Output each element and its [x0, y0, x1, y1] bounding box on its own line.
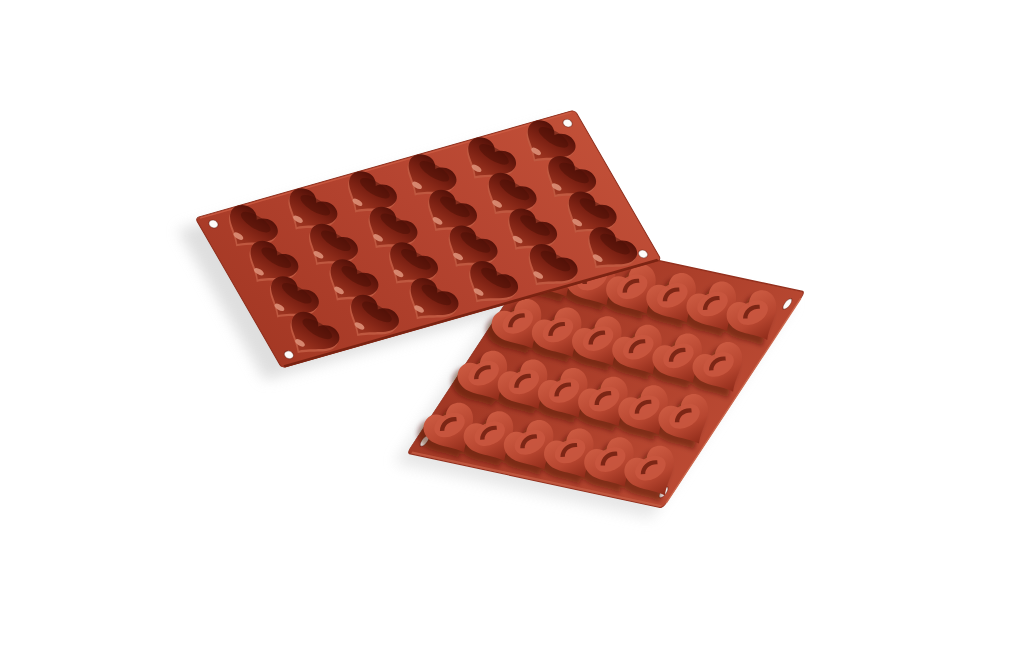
- product-photo-svg: [0, 0, 1024, 654]
- product-photo: [0, 0, 1024, 654]
